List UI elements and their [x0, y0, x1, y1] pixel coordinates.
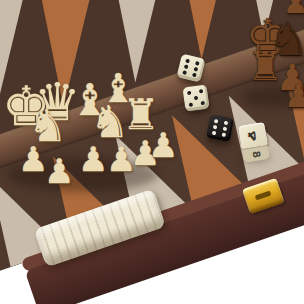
doubling-cube[interactable]: 4 8 — [238, 122, 269, 162]
backgammon-case-photo: ♟ ♚ ♞ ♜ ♟ ♟ ♚ ♛ ♝ ♝ ♞ ♞ ♜ ♟ ♟ ♟ ♟ ♟ ♟ 4 … — [0, 0, 304, 304]
light-pawn-piece[interactable]: ♟ — [148, 128, 178, 162]
black-die-six[interactable] — [206, 114, 234, 142]
light-pawn-piece[interactable]: ♟ — [44, 154, 74, 188]
dark-pawn-piece[interactable]: ♟ — [284, 80, 304, 112]
light-pawn-piece[interactable]: ♟ — [78, 142, 108, 176]
ivory-die-five[interactable] — [182, 84, 209, 111]
